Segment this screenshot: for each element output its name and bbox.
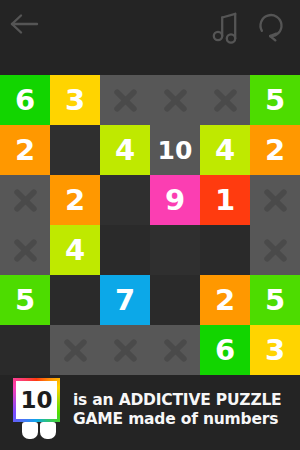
cell-r2c2 — [50, 125, 100, 175]
tagline-line-1: is an ADDICTIVE PUZZLE — [73, 391, 295, 410]
stone-x-icon — [13, 188, 38, 213]
back-button[interactable] — [8, 12, 40, 36]
cell-r3c4[interactable]: 9 — [150, 175, 200, 225]
cell-r4c3 — [100, 225, 150, 275]
cell-r3c2[interactable]: 2 — [50, 175, 100, 225]
cell-r4c6 — [250, 225, 300, 275]
cell-r5c5[interactable]: 2 — [200, 275, 250, 325]
stone-x-icon — [213, 88, 238, 113]
puzzle-board: 6352410422914572563 — [0, 75, 300, 375]
cell-r4c1 — [0, 225, 50, 275]
cell-r4c5 — [200, 225, 250, 275]
stone-x-icon — [263, 238, 288, 263]
restart-arrow-icon — [255, 30, 287, 45]
cell-r2c6[interactable]: 2 — [250, 125, 300, 175]
mascot-rainbow-tile: 10 — [13, 378, 60, 422]
cell-r3c5[interactable]: 1 — [200, 175, 250, 225]
cell-r6c1 — [0, 325, 50, 375]
mascot-right-foot — [40, 422, 56, 439]
cell-r1c3 — [100, 75, 150, 125]
stone-x-icon — [13, 238, 38, 263]
cell-r6c6[interactable]: 3 — [250, 325, 300, 375]
stone-x-icon — [163, 338, 188, 363]
stone-x-icon — [263, 188, 288, 213]
cell-r5c3[interactable]: 7 — [100, 275, 150, 325]
cell-r1c5 — [200, 75, 250, 125]
cell-r6c4 — [150, 325, 200, 375]
stone-x-icon — [63, 338, 88, 363]
cell-r2c3[interactable]: 4 — [100, 125, 150, 175]
cell-r3c1 — [0, 175, 50, 225]
game-screen: 6352410422914572563 10 is an ADDICTIVE P… — [0, 0, 300, 450]
cell-r3c3 — [100, 175, 150, 225]
stone-x-icon — [113, 338, 138, 363]
cell-r2c4[interactable]: 10 — [150, 125, 200, 175]
cell-r2c1[interactable]: 2 — [0, 125, 50, 175]
cell-r4c2[interactable]: 4 — [50, 225, 100, 275]
tagline-line-2: GAME made of numbers — [73, 410, 295, 429]
tagline: is an ADDICTIVE PUZZLE GAME made of numb… — [73, 391, 295, 429]
cell-r1c1[interactable]: 6 — [0, 75, 50, 125]
cell-r5c1[interactable]: 5 — [0, 275, 50, 325]
stone-x-icon — [163, 88, 188, 113]
cell-r2c5[interactable]: 4 — [200, 125, 250, 175]
back-arrow-icon — [8, 24, 40, 39]
top-bar — [0, 0, 300, 75]
cell-r1c6[interactable]: 5 — [250, 75, 300, 125]
mascot-feet — [13, 422, 73, 439]
music-button[interactable] — [211, 8, 241, 44]
cell-r5c6[interactable]: 5 — [250, 275, 300, 325]
mascot-ten-character: 10 — [13, 378, 73, 439]
cell-r1c4 — [150, 75, 200, 125]
cell-r6c3 — [100, 325, 150, 375]
cell-r6c2 — [50, 325, 100, 375]
mascot-left-foot — [22, 422, 38, 439]
cell-r5c4 — [150, 275, 200, 325]
stone-x-icon — [113, 88, 138, 113]
cell-r1c2[interactable]: 3 — [50, 75, 100, 125]
cell-r5c2 — [50, 275, 100, 325]
cell-r3c6 — [250, 175, 300, 225]
music-notes-icon — [211, 32, 241, 47]
restart-button[interactable] — [255, 10, 287, 42]
cell-r4c4 — [150, 225, 200, 275]
cell-r6c5[interactable]: 6 — [200, 325, 250, 375]
mascot-number: 10 — [16, 381, 57, 419]
